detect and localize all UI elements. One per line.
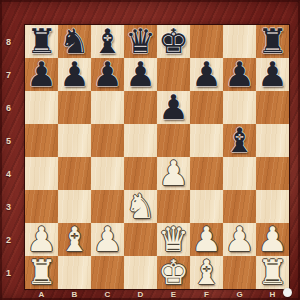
piece-white-bishop-f1[interactable]: ♝ xyxy=(190,256,223,289)
piece-black-pawn-a7[interactable]: ♟ xyxy=(25,58,58,91)
piece-black-pawn-b7[interactable]: ♟ xyxy=(58,58,91,91)
file-label-d: D xyxy=(124,288,157,300)
square-c5[interactable] xyxy=(91,124,124,157)
rank-label-7: 7 xyxy=(0,58,17,91)
square-a4[interactable] xyxy=(25,157,58,190)
piece-white-pawn-g2[interactable]: ♟ xyxy=(223,223,256,256)
rank-label-3: 3 xyxy=(0,190,17,223)
square-b1[interactable] xyxy=(58,256,91,289)
white-to-move-indicator xyxy=(283,288,292,297)
square-a1[interactable]: ♜ xyxy=(25,256,58,289)
square-h6[interactable] xyxy=(256,91,289,124)
square-a6[interactable] xyxy=(25,91,58,124)
square-c2[interactable]: ♟ xyxy=(91,223,124,256)
piece-white-rook-a1[interactable]: ♜ xyxy=(25,256,58,289)
square-h1[interactable]: ♜ xyxy=(256,256,289,289)
square-b6[interactable] xyxy=(58,91,91,124)
piece-white-pawn-e4[interactable]: ♟ xyxy=(157,157,190,190)
piece-black-king-e8[interactable]: ♚ xyxy=(157,25,190,58)
square-g1[interactable] xyxy=(223,256,256,289)
square-f6[interactable] xyxy=(190,91,223,124)
rank-label-8: 8 xyxy=(0,25,17,58)
piece-black-pawn-f7[interactable]: ♟ xyxy=(190,58,223,91)
square-c6[interactable] xyxy=(91,91,124,124)
piece-white-knight-d3[interactable]: ♞ xyxy=(124,190,157,223)
piece-white-king-e1[interactable]: ♚ xyxy=(157,256,190,289)
square-f7[interactable]: ♟ xyxy=(190,58,223,91)
square-b4[interactable] xyxy=(58,157,91,190)
file-label-c: C xyxy=(91,288,124,300)
square-d1[interactable] xyxy=(124,256,157,289)
square-g4[interactable] xyxy=(223,157,256,190)
chess-board: ♜♞♝♛♚♜♟♟♟♟♟♟♟♟♝♟♞♟♝♟♛♟♟♟♜♚♝♜ xyxy=(25,25,289,289)
square-g7[interactable]: ♟ xyxy=(223,58,256,91)
file-label-g: G xyxy=(223,288,256,300)
rank-label-6: 6 xyxy=(0,91,17,124)
piece-white-bishop-b2[interactable]: ♝ xyxy=(58,223,91,256)
rank-label-2: 2 xyxy=(0,223,17,256)
rank-label-5: 5 xyxy=(0,124,17,157)
piece-white-pawn-c2[interactable]: ♟ xyxy=(91,223,124,256)
square-h4[interactable] xyxy=(256,157,289,190)
piece-black-pawn-d7[interactable]: ♟ xyxy=(124,58,157,91)
rank-label-4: 4 xyxy=(0,157,17,190)
square-d6[interactable] xyxy=(124,91,157,124)
piece-black-bishop-g5[interactable]: ♝ xyxy=(223,124,256,157)
square-f5[interactable] xyxy=(190,124,223,157)
square-h5[interactable] xyxy=(256,124,289,157)
square-a7[interactable]: ♟ xyxy=(25,58,58,91)
square-c4[interactable] xyxy=(91,157,124,190)
square-f4[interactable] xyxy=(190,157,223,190)
square-g5[interactable]: ♝ xyxy=(223,124,256,157)
piece-black-pawn-g7[interactable]: ♟ xyxy=(223,58,256,91)
piece-black-pawn-e6[interactable]: ♟ xyxy=(157,91,190,124)
square-b2[interactable]: ♝ xyxy=(58,223,91,256)
square-e6[interactable]: ♟ xyxy=(157,91,190,124)
chess-diagram: ♜♞♝♛♚♜♟♟♟♟♟♟♟♟♝♟♞♟♝♟♛♟♟♟♜♚♝♜ 87654321 AB… xyxy=(0,0,300,300)
square-c1[interactable] xyxy=(91,256,124,289)
piece-black-pawn-c7[interactable]: ♟ xyxy=(91,58,124,91)
square-d3[interactable]: ♞ xyxy=(124,190,157,223)
square-e4[interactable]: ♟ xyxy=(157,157,190,190)
square-b7[interactable]: ♟ xyxy=(58,58,91,91)
file-label-f: F xyxy=(190,288,223,300)
rank-label-1: 1 xyxy=(0,256,17,289)
piece-white-rook-h1[interactable]: ♜ xyxy=(256,256,289,289)
square-b5[interactable] xyxy=(58,124,91,157)
square-e8[interactable]: ♚ xyxy=(157,25,190,58)
square-d5[interactable] xyxy=(124,124,157,157)
square-d2[interactable] xyxy=(124,223,157,256)
square-a5[interactable] xyxy=(25,124,58,157)
file-label-e: E xyxy=(157,288,190,300)
piece-black-pawn-h7[interactable]: ♟ xyxy=(256,58,289,91)
square-c7[interactable]: ♟ xyxy=(91,58,124,91)
square-e1[interactable]: ♚ xyxy=(157,256,190,289)
file-label-a: A xyxy=(25,288,58,300)
square-g2[interactable]: ♟ xyxy=(223,223,256,256)
square-d7[interactable]: ♟ xyxy=(124,58,157,91)
square-h7[interactable]: ♟ xyxy=(256,58,289,91)
file-label-b: B xyxy=(58,288,91,300)
square-f1[interactable]: ♝ xyxy=(190,256,223,289)
